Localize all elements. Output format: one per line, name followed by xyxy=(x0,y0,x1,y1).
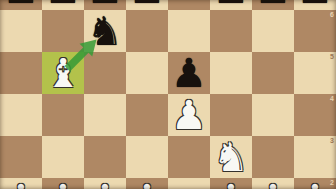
white-knight-f3[interactable]: ♞ xyxy=(213,137,249,177)
white-pawn-e4[interactable]: ♟ xyxy=(171,95,207,135)
square-g6[interactable] xyxy=(252,10,294,52)
white-pawn-g2[interactable]: ♟ xyxy=(255,179,291,189)
square-a7[interactable]: ♟ xyxy=(0,0,42,10)
white-bishop-b5[interactable]: ♝ xyxy=(45,53,81,93)
rank-label-6: 6 xyxy=(330,11,334,19)
white-pawn-b2[interactable]: ♟ xyxy=(45,179,81,189)
square-g5[interactable] xyxy=(252,52,294,94)
square-c5[interactable] xyxy=(84,52,126,94)
black-pawn-a7[interactable]: ♟ xyxy=(3,0,39,9)
square-h7[interactable]: ♟ xyxy=(294,0,336,10)
square-a3[interactable] xyxy=(0,136,42,178)
black-pawn-f7[interactable]: ♟ xyxy=(213,0,249,9)
square-a5[interactable] xyxy=(0,52,42,94)
square-h6[interactable]: 6 xyxy=(294,10,336,52)
square-f2[interactable]: ♟ xyxy=(210,178,252,189)
square-b3[interactable] xyxy=(42,136,84,178)
square-a2[interactable]: ♟ xyxy=(0,178,42,189)
white-pawn-h2[interactable]: ♟ xyxy=(297,179,333,189)
square-g7[interactable]: ♟ xyxy=(252,0,294,10)
square-c3[interactable] xyxy=(84,136,126,178)
white-pawn-c2[interactable]: ♟ xyxy=(87,179,123,189)
black-pawn-b7[interactable]: ♟ xyxy=(45,0,81,9)
square-e2[interactable] xyxy=(168,178,210,189)
square-f5[interactable] xyxy=(210,52,252,94)
square-f3[interactable]: ♞ xyxy=(210,136,252,178)
square-a4[interactable] xyxy=(0,94,42,136)
square-b2[interactable]: ♟ xyxy=(42,178,84,189)
rank-label-4: 4 xyxy=(330,95,334,103)
square-g2[interactable]: ♟ xyxy=(252,178,294,189)
black-pawn-e5[interactable]: ♟ xyxy=(171,53,207,93)
chess-board: ♟♟♟♟♟♟♟♞6♝♟5♟4♞3♟♟♟♟♟♟2♟ xyxy=(0,0,336,189)
square-f6[interactable] xyxy=(210,10,252,52)
black-pawn-d7[interactable]: ♟ xyxy=(129,0,165,9)
square-h4[interactable]: 4 xyxy=(294,94,336,136)
square-f4[interactable] xyxy=(210,94,252,136)
square-e7[interactable] xyxy=(168,0,210,10)
square-e6[interactable] xyxy=(168,10,210,52)
square-g4[interactable] xyxy=(252,94,294,136)
square-h2[interactable]: 2♟ xyxy=(294,178,336,189)
square-g3[interactable] xyxy=(252,136,294,178)
white-pawn-a2[interactable]: ♟ xyxy=(3,179,39,189)
square-a6[interactable] xyxy=(0,10,42,52)
square-c2[interactable]: ♟ xyxy=(84,178,126,189)
square-d5[interactable] xyxy=(126,52,168,94)
square-c4[interactable] xyxy=(84,94,126,136)
square-b4[interactable] xyxy=(42,94,84,136)
board-viewport: ♟♟♟♟♟♟♟♞6♝♟5♟4♞3♟♟♟♟♟♟2♟ xyxy=(0,0,336,189)
square-e4[interactable]: ♟ xyxy=(168,94,210,136)
black-knight-c6[interactable]: ♞ xyxy=(87,11,123,51)
white-pawn-f2[interactable]: ♟ xyxy=(213,179,249,189)
rank-label-5: 5 xyxy=(330,53,334,61)
rank-label-3: 3 xyxy=(330,137,334,145)
square-d7[interactable]: ♟ xyxy=(126,0,168,10)
square-b7[interactable]: ♟ xyxy=(42,0,84,10)
square-d4[interactable] xyxy=(126,94,168,136)
square-e3[interactable] xyxy=(168,136,210,178)
square-c6[interactable]: ♞ xyxy=(84,10,126,52)
square-b6[interactable] xyxy=(42,10,84,52)
square-h3[interactable]: 3 xyxy=(294,136,336,178)
square-e5[interactable]: ♟ xyxy=(168,52,210,94)
black-pawn-h7[interactable]: ♟ xyxy=(297,0,333,9)
square-f7[interactable]: ♟ xyxy=(210,0,252,10)
square-d2[interactable]: ♟ xyxy=(126,178,168,189)
square-b5[interactable]: ♝ xyxy=(42,52,84,94)
black-pawn-g7[interactable]: ♟ xyxy=(255,0,291,9)
square-d3[interactable] xyxy=(126,136,168,178)
white-pawn-d2[interactable]: ♟ xyxy=(129,179,165,189)
square-h5[interactable]: 5 xyxy=(294,52,336,94)
square-d6[interactable] xyxy=(126,10,168,52)
